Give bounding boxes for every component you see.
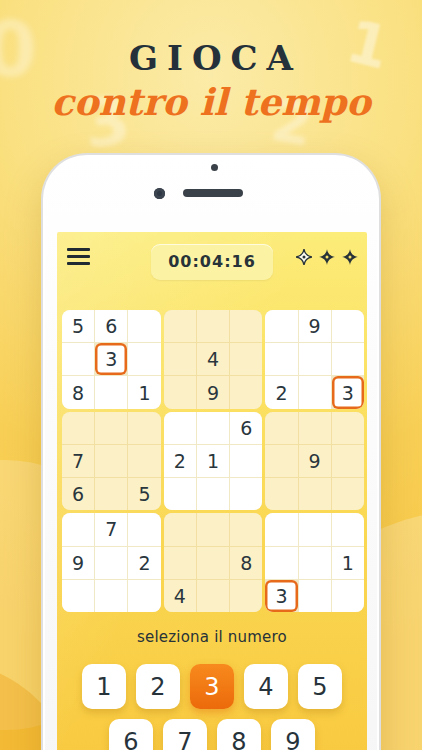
camera-icon xyxy=(154,188,165,199)
sudoku-cell-r8c1[interactable]: 9 xyxy=(62,547,94,579)
sudoku-cell-r4c1[interactable] xyxy=(62,412,94,444)
sudoku-cell-r7c3[interactable] xyxy=(128,513,160,545)
keypad-label: seleziona il numero xyxy=(57,628,367,646)
sudoku-cell-r7c5[interactable] xyxy=(197,513,229,545)
sudoku-cell-r8c6[interactable]: 8 xyxy=(230,547,262,579)
sudoku-cell-r9c3[interactable] xyxy=(128,580,160,612)
app-screen: 00:04:16 563814992376562197928413 selezi… xyxy=(57,232,367,750)
sudoku-box-2-1: 84 xyxy=(164,513,263,612)
sudoku-board: 563814992376562197928413 xyxy=(62,310,364,612)
key-7[interactable]: 7 xyxy=(163,719,207,750)
sudoku-cell-r3c7[interactable]: 2 xyxy=(265,376,297,408)
sudoku-box-0-2: 923 xyxy=(265,310,364,409)
sudoku-cell-r2c9[interactable] xyxy=(332,343,364,375)
key-8[interactable]: 8 xyxy=(217,719,261,750)
sudoku-cell-r9c7[interactable]: 3 xyxy=(265,580,297,612)
sudoku-cell-r7c7[interactable] xyxy=(265,513,297,545)
sudoku-cell-r3c3[interactable]: 1 xyxy=(128,376,160,408)
sudoku-cell-r3c8[interactable] xyxy=(299,376,331,408)
sparkle-filled-icon[interactable] xyxy=(341,248,359,266)
sudoku-cell-r5c9[interactable] xyxy=(332,445,364,477)
sudoku-cell-r6c1[interactable]: 6 xyxy=(62,478,94,510)
sudoku-cell-r8c7[interactable] xyxy=(265,547,297,579)
sudoku-cell-r5c2[interactable] xyxy=(95,445,127,477)
sudoku-cell-r6c3[interactable]: 5 xyxy=(128,478,160,510)
sudoku-cell-r2c5[interactable]: 4 xyxy=(197,343,229,375)
sudoku-cell-r9c8[interactable] xyxy=(299,580,331,612)
hero-block: GIOCA contro il tempo xyxy=(0,0,422,124)
sudoku-cell-r1c1[interactable]: 5 xyxy=(62,310,94,342)
sudoku-cell-r6c6[interactable] xyxy=(230,478,262,510)
timer-display: 00:04:16 xyxy=(151,244,273,280)
page-title: GIOCA xyxy=(0,38,422,78)
sudoku-cell-r2c2[interactable]: 3 xyxy=(95,343,127,375)
sudoku-cell-r5c1[interactable]: 7 xyxy=(62,445,94,477)
speaker-bar xyxy=(183,189,243,197)
sudoku-cell-r1c5[interactable] xyxy=(197,310,229,342)
sudoku-box-1-2: 9 xyxy=(265,412,364,511)
sudoku-cell-r8c9[interactable]: 1 xyxy=(332,547,364,579)
sudoku-cell-r6c2[interactable] xyxy=(95,478,127,510)
sudoku-cell-r3c6[interactable] xyxy=(230,376,262,408)
key-2[interactable]: 2 xyxy=(136,664,180,709)
sudoku-cell-r4c5[interactable] xyxy=(197,412,229,444)
sudoku-cell-r2c7[interactable] xyxy=(265,343,297,375)
key-9[interactable]: 9 xyxy=(271,719,315,750)
sudoku-cell-r1c7[interactable] xyxy=(265,310,297,342)
sudoku-box-0-1: 49 xyxy=(164,310,263,409)
key-3[interactable]: 3 xyxy=(190,664,234,709)
sudoku-cell-r9c9[interactable] xyxy=(332,580,364,612)
sudoku-box-1-0: 765 xyxy=(62,412,161,511)
sudoku-cell-r5c5[interactable]: 1 xyxy=(197,445,229,477)
keypad-row-2: 6789 xyxy=(57,719,367,750)
sudoku-cell-r9c5[interactable] xyxy=(197,580,229,612)
sudoku-cell-r5c6[interactable] xyxy=(230,445,262,477)
sudoku-cell-r1c3[interactable] xyxy=(128,310,160,342)
sudoku-cell-r9c6[interactable] xyxy=(230,580,262,612)
sudoku-cell-r6c5[interactable] xyxy=(197,478,229,510)
sudoku-cell-r6c9[interactable] xyxy=(332,478,364,510)
app-store-screenshot: 0 3 1 2 GIOCA contro il tempo 00:04:16 xyxy=(0,0,422,750)
sudoku-cell-r4c2[interactable] xyxy=(95,412,127,444)
sudoku-cell-r8c2[interactable] xyxy=(95,547,127,579)
key-1[interactable]: 1 xyxy=(82,664,126,709)
sudoku-box-2-0: 792 xyxy=(62,513,161,612)
sparkle-outline-icon[interactable] xyxy=(295,248,313,266)
sudoku-cell-r4c9[interactable] xyxy=(332,412,364,444)
sudoku-cell-r7c8[interactable] xyxy=(299,513,331,545)
key-4[interactable]: 4 xyxy=(244,664,288,709)
page-subtitle: contro il tempo xyxy=(0,80,422,124)
sensor-dot-icon xyxy=(211,164,218,171)
sudoku-cell-r7c1[interactable] xyxy=(62,513,94,545)
sudoku-cell-r1c4[interactable] xyxy=(164,310,196,342)
sudoku-cell-r3c4[interactable] xyxy=(164,376,196,408)
sudoku-box-0-0: 56381 xyxy=(62,310,161,409)
sudoku-cell-r6c4[interactable] xyxy=(164,478,196,510)
sudoku-cell-r5c3[interactable] xyxy=(128,445,160,477)
sudoku-cell-r9c4[interactable]: 4 xyxy=(164,580,196,612)
sudoku-cell-r1c9[interactable] xyxy=(332,310,364,342)
phone-mockup: 00:04:16 563814992376562197928413 selezi… xyxy=(41,153,381,750)
sudoku-cell-r2c8[interactable] xyxy=(299,343,331,375)
sudoku-cell-r7c9[interactable] xyxy=(332,513,364,545)
menu-icon[interactable] xyxy=(67,248,91,269)
sudoku-cell-r3c2[interactable] xyxy=(95,376,127,408)
sudoku-cell-r2c4[interactable] xyxy=(164,343,196,375)
sudoku-cell-r1c2[interactable]: 6 xyxy=(95,310,127,342)
sudoku-cell-r6c7[interactable] xyxy=(265,478,297,510)
sudoku-cell-r9c2[interactable] xyxy=(95,580,127,612)
sudoku-cell-r6c8[interactable] xyxy=(299,478,331,510)
sudoku-cell-r5c4[interactable]: 2 xyxy=(164,445,196,477)
sudoku-cell-r1c6[interactable] xyxy=(230,310,262,342)
sudoku-box-2-2: 13 xyxy=(265,513,364,612)
sudoku-cell-r4c4[interactable] xyxy=(164,412,196,444)
sudoku-cell-r5c8[interactable]: 9 xyxy=(299,445,331,477)
key-6[interactable]: 6 xyxy=(109,719,153,750)
sudoku-cell-r8c8[interactable] xyxy=(299,547,331,579)
sudoku-cell-r2c1[interactable] xyxy=(62,343,94,375)
sudoku-cell-r7c2[interactable]: 7 xyxy=(95,513,127,545)
sudoku-cell-r8c4[interactable] xyxy=(164,547,196,579)
power-ups xyxy=(295,248,359,266)
sudoku-cell-r4c8[interactable] xyxy=(299,412,331,444)
sudoku-cell-r7c4[interactable] xyxy=(164,513,196,545)
sudoku-cell-r4c7[interactable] xyxy=(265,412,297,444)
sudoku-cell-r8c3[interactable]: 2 xyxy=(128,547,160,579)
sudoku-cell-r4c6[interactable]: 6 xyxy=(230,412,262,444)
sudoku-cell-r7c6[interactable] xyxy=(230,513,262,545)
sudoku-cell-r2c6[interactable] xyxy=(230,343,262,375)
sudoku-cell-r3c5[interactable]: 9 xyxy=(197,376,229,408)
keypad-row-1: 12345 xyxy=(57,664,367,709)
sudoku-cell-r8c5[interactable] xyxy=(197,547,229,579)
sudoku-cell-r4c3[interactable] xyxy=(128,412,160,444)
sudoku-cell-r9c1[interactable] xyxy=(62,580,94,612)
sudoku-cell-r3c9[interactable]: 3 xyxy=(332,376,364,408)
key-5[interactable]: 5 xyxy=(298,664,342,709)
sudoku-cell-r5c7[interactable] xyxy=(265,445,297,477)
sparkle-filled-icon[interactable] xyxy=(318,248,336,266)
sudoku-box-1-1: 621 xyxy=(164,412,263,511)
sudoku-cell-r3c1[interactable]: 8 xyxy=(62,376,94,408)
sudoku-cell-r1c8[interactable]: 9 xyxy=(299,310,331,342)
sudoku-cell-r2c3[interactable] xyxy=(128,343,160,375)
